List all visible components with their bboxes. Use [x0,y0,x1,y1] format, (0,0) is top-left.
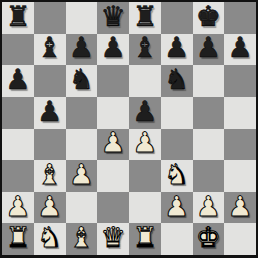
square-b2[interactable]: ♟ [34,192,66,224]
square-c3[interactable]: ♟ [66,160,98,192]
white-knight: ♞ [164,161,189,189]
white-pawn: ♟ [101,129,126,157]
square-g4[interactable] [193,129,225,161]
square-d3[interactable] [97,160,129,192]
square-a4[interactable] [2,129,34,161]
square-d4[interactable]: ♟ [97,129,129,161]
square-c1[interactable]: ♝ [66,223,98,255]
square-f4[interactable] [161,129,193,161]
square-f3[interactable]: ♞ [161,160,193,192]
black-pawn: ♟ [101,34,126,62]
black-knight: ♞ [69,66,94,94]
square-a6[interactable]: ♟ [2,65,34,97]
square-g5[interactable] [193,97,225,129]
square-h6[interactable] [224,65,256,97]
square-f7[interactable]: ♟ [161,34,193,66]
square-e7[interactable]: ♝ [129,34,161,66]
square-g3[interactable] [193,160,225,192]
square-f5[interactable] [161,97,193,129]
black-pawn: ♟ [228,34,253,62]
square-h1[interactable] [224,223,256,255]
square-a3[interactable] [2,160,34,192]
square-g7[interactable]: ♟ [193,34,225,66]
white-bishop: ♝ [69,224,94,252]
white-pawn: ♟ [228,193,253,221]
white-queen: ♛ [101,224,126,252]
square-a7[interactable] [2,34,34,66]
square-g6[interactable] [193,65,225,97]
white-pawn: ♟ [5,193,30,221]
black-pawn: ♟ [132,98,157,126]
square-d5[interactable] [97,97,129,129]
black-queen: ♛ [101,3,126,31]
black-pawn: ♟ [164,34,189,62]
square-a5[interactable] [2,97,34,129]
square-h7[interactable]: ♟ [224,34,256,66]
square-h2[interactable]: ♟ [224,192,256,224]
black-pawn: ♟ [196,34,221,62]
black-rook: ♜ [132,3,157,31]
square-d8[interactable]: ♛ [97,2,129,34]
square-e3[interactable] [129,160,161,192]
square-a1[interactable]: ♜ [2,223,34,255]
square-e5[interactable]: ♟ [129,97,161,129]
white-pawn: ♟ [69,161,94,189]
black-pawn: ♟ [37,98,62,126]
square-b6[interactable] [34,65,66,97]
square-f8[interactable] [161,2,193,34]
square-c2[interactable] [66,192,98,224]
square-b4[interactable] [34,129,66,161]
white-pawn: ♟ [196,193,221,221]
square-b7[interactable]: ♝ [34,34,66,66]
white-pawn: ♟ [132,129,157,157]
square-b8[interactable] [34,2,66,34]
square-d2[interactable] [97,192,129,224]
square-h3[interactable] [224,160,256,192]
white-pawn: ♟ [37,193,62,221]
white-rook: ♜ [5,224,30,252]
black-rook: ♜ [5,3,30,31]
black-pawn: ♟ [5,66,30,94]
white-rook: ♜ [132,224,157,252]
black-king: ♚ [196,3,221,31]
square-h4[interactable] [224,129,256,161]
square-d1[interactable]: ♛ [97,223,129,255]
square-c7[interactable]: ♟ [66,34,98,66]
square-c4[interactable] [66,129,98,161]
black-knight: ♞ [164,66,189,94]
square-g8[interactable]: ♚ [193,2,225,34]
square-c6[interactable]: ♞ [66,65,98,97]
square-h5[interactable] [224,97,256,129]
square-e8[interactable]: ♜ [129,2,161,34]
white-king: ♚ [196,224,221,252]
square-f2[interactable]: ♟ [161,192,193,224]
square-e2[interactable] [129,192,161,224]
square-e1[interactable]: ♜ [129,223,161,255]
square-g2[interactable]: ♟ [193,192,225,224]
square-b1[interactable]: ♞ [34,223,66,255]
black-bishop: ♝ [132,34,157,62]
square-f6[interactable]: ♞ [161,65,193,97]
square-c5[interactable] [66,97,98,129]
black-pawn: ♟ [69,34,94,62]
black-bishop: ♝ [37,34,62,62]
white-bishop: ♝ [37,161,62,189]
square-e4[interactable]: ♟ [129,129,161,161]
square-a8[interactable]: ♜ [2,2,34,34]
square-e6[interactable] [129,65,161,97]
square-c8[interactable] [66,2,98,34]
square-g1[interactable]: ♚ [193,223,225,255]
square-a2[interactable]: ♟ [2,192,34,224]
square-h8[interactable] [224,2,256,34]
square-b5[interactable]: ♟ [34,97,66,129]
square-d6[interactable] [97,65,129,97]
white-pawn: ♟ [164,193,189,221]
chess-board: ♜♛♜♚♝♟♟♝♟♟♟♟♞♞♟♟♟♟♝♟♞♟♟♟♟♟♜♞♝♛♜♚ [0,0,258,258]
square-b3[interactable]: ♝ [34,160,66,192]
square-d7[interactable]: ♟ [97,34,129,66]
white-knight: ♞ [37,224,62,252]
square-f1[interactable] [161,223,193,255]
